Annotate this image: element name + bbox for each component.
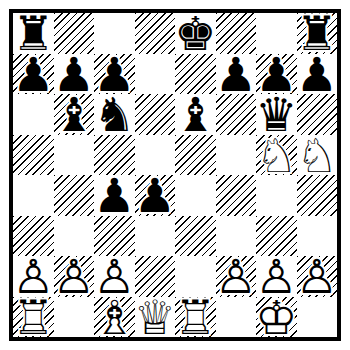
square-f1[interactable] [216,297,257,338]
piece-black-pawn[interactable]: ♟♟ [297,54,338,95]
square-h1[interactable] [297,297,338,338]
white-pawn-icon: ♙ [54,257,95,298]
white-pawn-icon: ♙ [216,257,257,298]
square-a4[interactable] [13,175,54,216]
white-bishop-icon: ♗ [94,298,135,339]
square-e1[interactable]: ♜♖ [175,297,216,338]
square-d6[interactable] [135,94,176,135]
square-h7[interactable]: ♟♟ [297,54,338,95]
black-bishop-icon: ♝ [54,95,95,136]
white-king-icon: ♔ [256,298,297,339]
white-knight-icon: ♘ [256,136,297,177]
square-d3[interactable] [135,216,176,257]
black-bishop-icon: ♝ [175,95,216,136]
white-knight-icon: ♘ [297,136,338,177]
piece-white-pawn[interactable]: ♟♙ [216,256,257,297]
square-a7[interactable]: ♟♟ [13,54,54,95]
square-d1[interactable]: ♛♕ [135,297,176,338]
square-f4[interactable] [216,175,257,216]
square-e8[interactable]: ♚♚ [175,13,216,54]
chess-diagram-frame: ♜♜♚♚♜♜♟♟♟♟♟♟♟♟♟♟♟♟♝♝♞♞♝♝♛♛♞♘♞♘♟♟♟♟♟♙♟♙♟♙… [0,0,350,350]
piece-white-king[interactable]: ♚♔ [256,297,297,338]
black-pawn-icon: ♟ [13,55,54,96]
piece-black-pawn[interactable]: ♟♟ [13,54,54,95]
piece-white-bishop[interactable]: ♝♗ [94,297,135,338]
black-knight-icon: ♞ [94,95,135,136]
square-c1[interactable]: ♝♗ [94,297,135,338]
piece-white-knight[interactable]: ♞♘ [256,135,297,176]
piece-black-knight[interactable]: ♞♞ [94,94,135,135]
white-rook-icon: ♖ [175,298,216,339]
black-pawn-icon: ♟ [297,55,338,96]
piece-black-pawn[interactable]: ♟♟ [94,175,135,216]
black-king-icon: ♚ [175,14,216,55]
square-d8[interactable] [135,13,176,54]
square-f2[interactable]: ♟♙ [216,256,257,297]
white-queen-icon: ♕ [135,298,176,339]
square-h5[interactable]: ♞♘ [297,135,338,176]
square-g1[interactable]: ♚♔ [256,297,297,338]
square-f6[interactable] [216,94,257,135]
square-g5[interactable]: ♞♘ [256,135,297,176]
piece-white-queen[interactable]: ♛♕ [135,297,176,338]
piece-white-pawn[interactable]: ♟♙ [297,256,338,297]
square-b4[interactable] [54,175,95,216]
white-rook-icon: ♖ [13,298,54,339]
square-g4[interactable] [256,175,297,216]
piece-white-rook[interactable]: ♜♖ [175,297,216,338]
square-e3[interactable] [175,216,216,257]
white-pawn-icon: ♙ [297,257,338,298]
piece-white-knight[interactable]: ♞♘ [297,135,338,176]
square-b5[interactable] [54,135,95,176]
chess-board: ♜♜♚♚♜♜♟♟♟♟♟♟♟♟♟♟♟♟♝♝♞♞♝♝♛♛♞♘♞♘♟♟♟♟♟♙♟♙♟♙… [9,9,341,341]
square-a5[interactable] [13,135,54,176]
piece-black-pawn[interactable]: ♟♟ [135,175,176,216]
square-a1[interactable]: ♜♖ [13,297,54,338]
piece-black-king[interactable]: ♚♚ [175,13,216,54]
square-e4[interactable] [175,175,216,216]
piece-black-bishop[interactable]: ♝♝ [175,94,216,135]
square-b6[interactable]: ♝♝ [54,94,95,135]
square-a6[interactable] [13,94,54,135]
piece-black-bishop[interactable]: ♝♝ [54,94,95,135]
piece-black-pawn[interactable]: ♟♟ [216,54,257,95]
piece-white-rook[interactable]: ♜♖ [13,297,54,338]
square-f7[interactable]: ♟♟ [216,54,257,95]
square-e6[interactable]: ♝♝ [175,94,216,135]
black-pawn-icon: ♟ [94,176,135,217]
square-d7[interactable] [135,54,176,95]
square-e5[interactable] [175,135,216,176]
square-d4[interactable]: ♟♟ [135,175,176,216]
square-b2[interactable]: ♟♙ [54,256,95,297]
square-f5[interactable] [216,135,257,176]
square-h2[interactable]: ♟♙ [297,256,338,297]
square-c4[interactable]: ♟♟ [94,175,135,216]
square-c6[interactable]: ♞♞ [94,94,135,135]
square-b1[interactable] [54,297,95,338]
black-pawn-icon: ♟ [135,176,176,217]
black-pawn-icon: ♟ [216,55,257,96]
piece-white-pawn[interactable]: ♟♙ [54,256,95,297]
square-h4[interactable] [297,175,338,216]
